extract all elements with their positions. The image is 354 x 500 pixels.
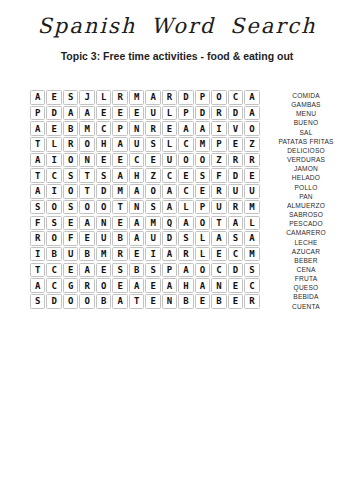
grid-cell-r2c9: L: [162, 106, 177, 121]
grid-cell-r9c6: E: [112, 216, 127, 231]
grid-cell-r10c3: F: [63, 231, 78, 246]
grid-cell-r3c11: A: [195, 121, 210, 136]
grid-cell-r4c3: R: [63, 137, 78, 152]
grid-cell-r3c9: E: [162, 121, 177, 136]
grid-cell-r4c10: C: [178, 137, 193, 152]
grid-cell-r9c8: M: [145, 216, 160, 231]
grid-cell-r14c12: B: [211, 294, 226, 309]
grid-cell-r1c2: E: [46, 90, 61, 105]
grid-cell-r5c9: U: [162, 153, 177, 168]
grid-cell-r13c12: N: [211, 278, 226, 293]
grid-cell-r6c4: T: [79, 168, 94, 183]
word-list-item: BUENO: [258, 118, 354, 127]
grid-cell-r5c2: I: [46, 153, 61, 168]
grid-cell-r4c9: L: [162, 137, 177, 152]
grid-cell-r9c5: N: [96, 216, 111, 231]
grid-cell-r10c1: R: [30, 231, 45, 246]
grid-cell-r8c7: N: [129, 200, 144, 215]
grid-cell-r11c13: C: [228, 247, 243, 262]
grid-cell-r5c7: C: [129, 153, 144, 168]
grid-cell-r2c8: U: [145, 106, 160, 121]
grid-cell-r4c4: O: [79, 137, 94, 152]
grid-cell-r11c7: E: [129, 247, 144, 262]
word-list-item: BEBIDA: [258, 292, 354, 301]
word-list-item: LECHE: [258, 238, 354, 247]
grid-cell-r3c1: A: [30, 121, 45, 136]
grid-cell-r12c11: O: [195, 263, 210, 278]
grid-cell-r13c10: H: [178, 278, 193, 293]
grid-cell-r7c2: I: [46, 184, 61, 199]
word-list-item: CENA: [258, 265, 354, 274]
grid-cell-r11c4: B: [79, 247, 94, 262]
grid-cell-r11c11: L: [195, 247, 210, 262]
grid-cell-r12c2: C: [46, 263, 61, 278]
grid-cell-r3c3: B: [63, 121, 78, 136]
grid-cell-r11c12: E: [211, 247, 226, 262]
grid-cell-r14c5: B: [96, 294, 111, 309]
grid-cell-r14c10: B: [178, 294, 193, 309]
grid-cell-r13c3: G: [63, 278, 78, 293]
grid-cell-r3c10: A: [178, 121, 193, 136]
grid-cell-r4c2: L: [46, 137, 61, 152]
grid-cell-r8c11: P: [195, 200, 210, 215]
grid-cell-r7c9: A: [162, 184, 177, 199]
word-list-item: DELICIOSO: [258, 146, 354, 155]
word-list-item: CAMARERO: [258, 228, 354, 237]
grid-cell-r8c1: S: [30, 200, 45, 215]
grid-cell-r4c12: P: [211, 137, 226, 152]
word-list-item: PATATAS FRITAS: [258, 137, 354, 146]
grid-cell-r12c8: S: [145, 263, 160, 278]
grid-cell-r6c13: D: [228, 168, 243, 183]
grid-cell-r11c10: R: [178, 247, 193, 262]
grid-cell-r6c9: C: [162, 168, 177, 183]
grid-cell-r5c1: A: [30, 153, 45, 168]
grid-cell-r1c1: A: [30, 90, 45, 105]
grid-cell-r10c12: A: [211, 231, 226, 246]
word-list-item: PESCADO: [258, 219, 354, 228]
word-list-item: SAL: [258, 128, 354, 137]
grid-cell-r7c13: U: [228, 184, 243, 199]
word-list-item: PAN: [258, 192, 354, 201]
grid-cell-r14c4: O: [79, 294, 94, 309]
word-search-grid: AESJLRMARDPOCAPDAAEEEULPDRDAAEBMCPNREAAI…: [30, 90, 260, 309]
grid-cell-r9c10: A: [178, 216, 193, 231]
grid-cell-r13c13: E: [228, 278, 243, 293]
grid-cell-r12c10: A: [178, 263, 193, 278]
grid-cell-r14c2: D: [46, 294, 61, 309]
grid-cell-r3c4: M: [79, 121, 94, 136]
page-title: Spanish Word Search: [0, 14, 354, 38]
grid-cell-r3c12: I: [211, 121, 226, 136]
word-list-item: POLLO: [258, 183, 354, 192]
grid-cell-r9c1: F: [30, 216, 45, 231]
grid-cell-r13c9: A: [162, 278, 177, 293]
grid-cell-r5c12: Z: [211, 153, 226, 168]
grid-cell-r13c11: A: [195, 278, 210, 293]
grid-cell-r8c3: S: [63, 200, 78, 215]
grid-cell-r12c6: S: [112, 263, 127, 278]
grid-cell-r1c6: R: [112, 90, 127, 105]
word-list-item: SABROSO: [258, 210, 354, 219]
grid-cell-r14c9: N: [162, 294, 177, 309]
word-list: COMIDAGAMBASMENUBUENOSALPATATAS FRITASDE…: [258, 91, 354, 311]
grid-cell-r14c7: T: [129, 294, 144, 309]
grid-cell-r2c1: P: [30, 106, 45, 121]
grid-cell-r7c3: O: [63, 184, 78, 199]
grid-cell-r3c8: R: [145, 121, 160, 136]
grid-cell-r4c7: U: [129, 137, 144, 152]
grid-cell-r4c5: H: [96, 137, 111, 152]
grid-cell-r11c2: B: [46, 247, 61, 262]
grid-cell-r5c3: O: [63, 153, 78, 168]
word-list-item: HELADO: [258, 173, 354, 182]
grid-cell-r1c5: L: [96, 90, 111, 105]
word-list-item: GAMBAS: [258, 100, 354, 109]
grid-cell-r13c4: R: [79, 278, 94, 293]
grid-cell-r12c4: A: [79, 263, 94, 278]
word-list-item: AZUCAR: [258, 247, 354, 256]
word-list-item: ALMUERZO: [258, 201, 354, 210]
grid-cell-r10c5: U: [96, 231, 111, 246]
grid-cell-r6c11: S: [195, 168, 210, 183]
grid-cell-r13c8: E: [145, 278, 160, 293]
grid-cell-r9c9: Q: [162, 216, 177, 231]
grid-cell-r7c4: T: [79, 184, 94, 199]
grid-cell-r8c5: O: [96, 200, 111, 215]
grid-cell-r13c7: A: [129, 278, 144, 293]
grid-cell-r10c7: A: [129, 231, 144, 246]
grid-cell-r1c8: A: [145, 90, 160, 105]
worksheet-page: Spanish Word Search Topic 3: Free time a…: [0, 0, 354, 500]
grid-cell-r13c2: C: [46, 278, 61, 293]
grid-cell-r2c10: P: [178, 106, 193, 121]
grid-cell-r5c5: E: [96, 153, 111, 168]
grid-cell-r10c13: S: [228, 231, 243, 246]
grid-cell-r4c1: T: [30, 137, 45, 152]
grid-cell-r11c9: A: [162, 247, 177, 262]
grid-cell-r6c2: C: [46, 168, 61, 183]
grid-cell-r11c5: M: [96, 247, 111, 262]
grid-cell-r14c11: E: [195, 294, 210, 309]
grid-cell-r9c12: T: [211, 216, 226, 231]
grid-cell-r11c8: I: [145, 247, 160, 262]
grid-cell-r4c11: M: [195, 137, 210, 152]
grid-cell-r1c4: J: [79, 90, 94, 105]
grid-cell-r10c11: L: [195, 231, 210, 246]
grid-cell-r11c3: U: [63, 247, 78, 262]
grid-cell-r7c5: D: [96, 184, 111, 199]
grid-cell-r8c2: O: [46, 200, 61, 215]
grid-cell-r12c9: P: [162, 263, 177, 278]
grid-cell-r7c1: A: [30, 184, 45, 199]
grid-cell-r9c11: O: [195, 216, 210, 231]
grid-cell-r1c11: P: [195, 90, 210, 105]
grid-cell-r10c4: E: [79, 231, 94, 246]
grid-cell-r2c5: E: [96, 106, 111, 121]
word-list-item: COMIDA: [258, 91, 354, 100]
grid-cell-r10c9: D: [162, 231, 177, 246]
grid-cell-r4c8: S: [145, 137, 160, 152]
grid-cell-r13c5: O: [96, 278, 111, 293]
grid-cell-r6c5: S: [96, 168, 111, 183]
grid-cell-r5c10: O: [178, 153, 193, 168]
grid-cell-r2c2: D: [46, 106, 61, 121]
grid-cell-r6c6: A: [112, 168, 127, 183]
grid-cell-r2c12: R: [211, 106, 226, 121]
page-subtitle: Topic 3: Free time activities - food & e…: [0, 50, 354, 62]
grid-cell-r1c12: O: [211, 90, 226, 105]
grid-cell-r9c13: A: [228, 216, 243, 231]
word-list-item: VERDURAS: [258, 155, 354, 164]
grid-cell-r8c6: T: [112, 200, 127, 215]
grid-cell-r8c4: O: [79, 200, 94, 215]
grid-cell-r1c10: D: [178, 90, 193, 105]
grid-cell-r6c12: F: [211, 168, 226, 183]
word-list-item: CUENTA: [258, 302, 354, 311]
grid-cell-r8c8: S: [145, 200, 160, 215]
grid-cell-r6c7: H: [129, 168, 144, 183]
grid-cell-r3c13: V: [228, 121, 243, 136]
grid-cell-r2c11: D: [195, 106, 210, 121]
grid-cell-r14c13: E: [228, 294, 243, 309]
grid-cell-r3c5: C: [96, 121, 111, 136]
grid-cell-r1c9: R: [162, 90, 177, 105]
word-list-item: JAMON: [258, 164, 354, 173]
grid-cell-r5c4: N: [79, 153, 94, 168]
grid-cell-r2c7: E: [129, 106, 144, 121]
grid-cell-r6c3: S: [63, 168, 78, 183]
grid-cell-r6c8: Z: [145, 168, 160, 183]
grid-cell-r7c12: R: [211, 184, 226, 199]
grid-cell-r11c1: I: [30, 247, 45, 262]
grid-cell-r5c6: E: [112, 153, 127, 168]
grid-cell-r12c12: C: [211, 263, 226, 278]
grid-cell-r2c6: E: [112, 106, 127, 121]
grid-cell-r14c3: O: [63, 294, 78, 309]
grid-cell-r14c8: E: [145, 294, 160, 309]
grid-cell-r12c3: E: [63, 263, 78, 278]
grid-cell-r8c9: A: [162, 200, 177, 215]
word-list-item: MENU: [258, 109, 354, 118]
grid-cell-r1c7: M: [129, 90, 144, 105]
grid-cell-r10c2: O: [46, 231, 61, 246]
grid-cell-r14c1: S: [30, 294, 45, 309]
grid-cell-r12c13: D: [228, 263, 243, 278]
grid-cell-r3c6: P: [112, 121, 127, 136]
grid-cell-r13c6: E: [112, 278, 127, 293]
grid-cell-r3c2: E: [46, 121, 61, 136]
grid-cell-r10c8: U: [145, 231, 160, 246]
grid-cell-r12c7: B: [129, 263, 144, 278]
grid-cell-r7c10: C: [178, 184, 193, 199]
grid-cell-r5c13: R: [228, 153, 243, 168]
grid-cell-r14c6: A: [112, 294, 127, 309]
grid-cell-r12c5: E: [96, 263, 111, 278]
grid-cell-r3c7: N: [129, 121, 144, 136]
grid-cell-r10c6: B: [112, 231, 127, 246]
grid-cell-r8c13: R: [228, 200, 243, 215]
grid-cell-r2c13: D: [228, 106, 243, 121]
grid-cell-r6c10: E: [178, 168, 193, 183]
grid-cell-r6c1: T: [30, 168, 45, 183]
word-list-item: BEBER: [258, 256, 354, 265]
grid-cell-r13c1: A: [30, 278, 45, 293]
grid-cell-r11c6: R: [112, 247, 127, 262]
grid-cell-r1c3: S: [63, 90, 78, 105]
grid-cell-r9c2: S: [46, 216, 61, 231]
grid-cell-r8c10: L: [178, 200, 193, 215]
grid-cell-r2c4: A: [79, 106, 94, 121]
grid-cell-r2c3: A: [63, 106, 78, 121]
grid-cell-r7c8: O: [145, 184, 160, 199]
grid-cell-r5c11: O: [195, 153, 210, 168]
word-list-item: QUESO: [258, 283, 354, 292]
grid-cell-r7c7: A: [129, 184, 144, 199]
grid-cell-r9c7: A: [129, 216, 144, 231]
grid-cell-r10c10: S: [178, 231, 193, 246]
grid-cell-r12c1: T: [30, 263, 45, 278]
grid-cell-r9c4: A: [79, 216, 94, 231]
grid-cell-r7c11: E: [195, 184, 210, 199]
grid-cell-r8c12: U: [211, 200, 226, 215]
grid-cell-r9c3: E: [63, 216, 78, 231]
grid-cell-r7c6: M: [112, 184, 127, 199]
grid-cell-r1c13: C: [228, 90, 243, 105]
grid-cell-r4c13: E: [228, 137, 243, 152]
word-list-item: FRUTA: [258, 274, 354, 283]
grid-cell-r4c6: A: [112, 137, 127, 152]
grid-cell-r5c8: E: [145, 153, 160, 168]
